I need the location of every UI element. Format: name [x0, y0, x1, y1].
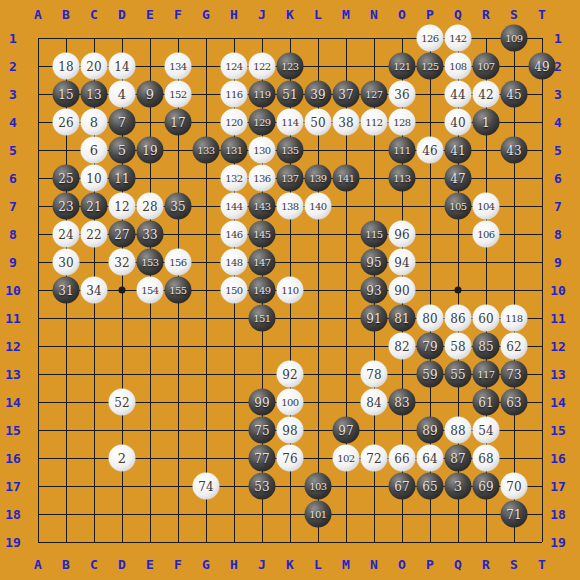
move-number: 85: [478, 340, 493, 352]
left-row-label-4: 4: [9, 115, 17, 130]
bottom-col-label-J: J: [258, 557, 266, 572]
move-number: 146: [225, 229, 242, 239]
stone-E8-move-33: 33: [137, 221, 164, 248]
top-col-label-H: H: [230, 7, 238, 22]
left-row-label-12: 12: [5, 339, 21, 354]
stone-O5-move-111: 111: [389, 137, 416, 164]
stone-H4-move-120: 120: [221, 109, 248, 136]
stone-K15-move-98: 98: [277, 417, 304, 444]
top-col-label-B: B: [62, 7, 70, 22]
stone-S1-move-109: 109: [501, 25, 528, 52]
move-number: 126: [421, 33, 438, 43]
left-row-label-13: 13: [5, 367, 21, 382]
move-number: 8: [90, 116, 98, 129]
stone-L18-move-101: 101: [305, 501, 332, 528]
move-number: 5: [118, 144, 126, 157]
move-number: 121: [393, 61, 410, 71]
move-number: 82: [394, 340, 409, 352]
stone-K4-move-114: 114: [277, 109, 304, 136]
move-number: 123: [281, 61, 298, 71]
stone-J4-move-129: 129: [249, 109, 276, 136]
stone-L4-move-50: 50: [305, 109, 332, 136]
move-number: 154: [141, 285, 158, 295]
stone-H3-move-116: 116: [221, 81, 248, 108]
stone-B8-move-24: 24: [53, 221, 80, 248]
stone-B9-move-30: 30: [53, 249, 80, 276]
stone-N3-move-127: 127: [361, 81, 388, 108]
move-number: 43: [506, 144, 521, 156]
left-row-label-5: 5: [9, 143, 17, 158]
bottom-col-label-R: R: [482, 557, 490, 572]
move-number: 110: [281, 285, 298, 295]
move-number: 2: [118, 452, 126, 465]
stone-N11-move-91: 91: [361, 305, 388, 332]
move-number: 95: [366, 256, 381, 268]
top-col-label-M: M: [342, 7, 350, 22]
stone-J14-move-99: 99: [249, 389, 276, 416]
stone-R17-move-69: 69: [473, 473, 500, 500]
move-number: 93: [366, 284, 381, 296]
stone-K16-move-76: 76: [277, 445, 304, 472]
move-number: 136: [253, 173, 270, 183]
stone-H6-move-132: 132: [221, 165, 248, 192]
move-number: 130: [253, 145, 270, 155]
stone-O2-move-121: 121: [389, 53, 416, 80]
stone-M16-move-102: 102: [333, 445, 360, 472]
move-number: 102: [337, 453, 354, 463]
stone-J8-move-145: 145: [249, 221, 276, 248]
stone-R2-move-107: 107: [473, 53, 500, 80]
stone-K2-move-123: 123: [277, 53, 304, 80]
stone-J2-move-122: 122: [249, 53, 276, 80]
move-number: 30: [58, 256, 73, 268]
move-number: 21: [86, 200, 101, 212]
stone-Q3-move-44: 44: [445, 81, 472, 108]
stone-F3-move-152: 152: [165, 81, 192, 108]
stone-D9-move-32: 32: [109, 249, 136, 276]
move-number: 28: [142, 200, 157, 212]
right-row-label-13: 13: [550, 367, 566, 382]
stone-L7-move-140: 140: [305, 193, 332, 220]
move-number: 11: [114, 172, 129, 184]
stone-J17-move-53: 53: [249, 473, 276, 500]
stone-F2-move-134: 134: [165, 53, 192, 80]
top-col-label-O: O: [398, 7, 406, 22]
stone-S3-move-45: 45: [501, 81, 528, 108]
move-number: 128: [393, 117, 410, 127]
stone-K6-move-137: 137: [277, 165, 304, 192]
right-row-label-3: 3: [554, 87, 562, 102]
top-col-label-Q: Q: [454, 7, 462, 22]
bottom-col-label-Q: Q: [454, 557, 462, 572]
stone-K13-move-92: 92: [277, 361, 304, 388]
stone-B10-move-31: 31: [53, 277, 80, 304]
stone-D8-move-27: 27: [109, 221, 136, 248]
move-number: 90: [394, 284, 409, 296]
move-number: 22: [86, 228, 101, 240]
move-number: 39: [310, 88, 325, 100]
stone-D7-move-12: 12: [109, 193, 136, 220]
stone-H10-move-150: 150: [221, 277, 248, 304]
move-number: 64: [422, 452, 437, 464]
left-row-label-14: 14: [5, 395, 21, 410]
move-number: 89: [422, 424, 437, 436]
move-number: 54: [478, 424, 493, 436]
left-row-label-15: 15: [5, 423, 21, 438]
stone-M3-move-37: 37: [333, 81, 360, 108]
top-col-label-C: C: [90, 7, 98, 22]
stone-R4-move-1: 1: [473, 109, 500, 136]
right-row-label-17: 17: [550, 479, 566, 494]
move-number: 131: [225, 145, 242, 155]
move-number: 149: [253, 285, 270, 295]
stone-P13-move-59: 59: [417, 361, 444, 388]
stone-S17-move-70: 70: [501, 473, 528, 500]
move-number: 140: [309, 201, 326, 211]
move-number: 75: [254, 424, 269, 436]
left-row-label-17: 17: [5, 479, 21, 494]
move-number: 46: [422, 144, 437, 156]
stone-P2-move-125: 125: [417, 53, 444, 80]
stone-H5-move-131: 131: [221, 137, 248, 164]
move-number: 45: [506, 88, 521, 100]
move-number: 7: [118, 116, 126, 129]
move-number: 127: [365, 89, 382, 99]
stone-N9-move-95: 95: [361, 249, 388, 276]
move-number: 71: [506, 508, 521, 520]
move-number: 3: [454, 480, 462, 493]
bottom-col-label-F: F: [174, 557, 182, 572]
stone-F9-move-156: 156: [165, 249, 192, 276]
stone-B2-move-18: 18: [53, 53, 80, 80]
move-number: 144: [225, 201, 242, 211]
top-col-label-L: L: [314, 7, 322, 22]
stone-L17-move-103: 103: [305, 473, 332, 500]
move-number: 37: [338, 88, 353, 100]
stone-G17-move-74: 74: [193, 473, 220, 500]
move-number: 52: [114, 396, 129, 408]
stone-B7-move-23: 23: [53, 193, 80, 220]
move-number: 79: [422, 340, 437, 352]
move-number: 58: [450, 340, 465, 352]
stone-Q15-move-88: 88: [445, 417, 472, 444]
move-number: 65: [422, 480, 437, 492]
move-number: 27: [114, 228, 129, 240]
stone-D4-move-7: 7: [109, 109, 136, 136]
stone-F10-move-155: 155: [165, 277, 192, 304]
stone-J5-move-130: 130: [249, 137, 276, 164]
stone-N10-move-93: 93: [361, 277, 388, 304]
left-row-label-8: 8: [9, 227, 17, 242]
move-number: 50: [310, 116, 325, 128]
stone-D16-move-2: 2: [109, 445, 136, 472]
stone-O14-move-83: 83: [389, 389, 416, 416]
stone-H8-move-146: 146: [221, 221, 248, 248]
right-row-label-1: 1: [554, 31, 562, 46]
stone-N14-move-84: 84: [361, 389, 388, 416]
right-row-label-16: 16: [550, 451, 566, 466]
bottom-col-label-M: M: [342, 557, 350, 572]
right-row-label-14: 14: [550, 395, 566, 410]
stone-O8-move-96: 96: [389, 221, 416, 248]
stone-M4-move-38: 38: [333, 109, 360, 136]
stone-O17-move-67: 67: [389, 473, 416, 500]
move-number: 53: [254, 480, 269, 492]
stone-S18-move-71: 71: [501, 501, 528, 528]
top-col-label-G: G: [202, 7, 210, 22]
move-number: 38: [338, 116, 353, 128]
right-row-label-6: 6: [554, 171, 562, 186]
stone-E3-move-9: 9: [137, 81, 164, 108]
stone-D6-move-11: 11: [109, 165, 136, 192]
top-col-label-S: S: [510, 7, 518, 22]
left-row-label-6: 6: [9, 171, 17, 186]
bottom-col-label-A: A: [34, 557, 42, 572]
move-number: 51: [282, 88, 297, 100]
move-number: 77: [254, 452, 269, 464]
stone-Q1-move-142: 142: [445, 25, 472, 52]
top-col-label-F: F: [174, 7, 182, 22]
move-number: 122: [253, 61, 270, 71]
stone-S14-move-63: 63: [501, 389, 528, 416]
stone-O4-move-128: 128: [389, 109, 416, 136]
move-number: 4: [118, 88, 126, 101]
bottom-col-label-B: B: [62, 557, 70, 572]
move-number: 20: [86, 60, 101, 72]
stone-N16-move-72: 72: [361, 445, 388, 472]
move-number: 36: [394, 88, 409, 100]
bottom-col-label-C: C: [90, 557, 98, 572]
move-number: 142: [449, 33, 466, 43]
stone-M6-move-141: 141: [333, 165, 360, 192]
move-number: 135: [281, 145, 298, 155]
stone-J11-move-151: 151: [249, 305, 276, 332]
right-row-label-18: 18: [550, 507, 566, 522]
move-number: 49: [534, 60, 549, 72]
stone-K3-move-51: 51: [277, 81, 304, 108]
bottom-col-label-D: D: [118, 557, 126, 572]
top-col-label-A: A: [34, 7, 42, 22]
move-number: 42: [478, 88, 493, 100]
move-number: 99: [254, 396, 269, 408]
right-row-label-5: 5: [554, 143, 562, 158]
move-number: 81: [394, 312, 409, 324]
stone-Q12-move-58: 58: [445, 333, 472, 360]
stone-C5-move-6: 6: [81, 137, 108, 164]
stone-K7-move-138: 138: [277, 193, 304, 220]
move-number: 74: [198, 480, 213, 492]
move-number: 115: [365, 229, 382, 239]
bottom-col-label-L: L: [314, 557, 322, 572]
stone-P16-move-64: 64: [417, 445, 444, 472]
stone-B4-move-26: 26: [53, 109, 80, 136]
top-col-label-K: K: [286, 7, 294, 22]
stone-P5-move-46: 46: [417, 137, 444, 164]
move-number: 6: [90, 144, 98, 157]
left-row-label-1: 1: [9, 31, 17, 46]
move-number: 113: [393, 173, 410, 183]
stone-C7-move-21: 21: [81, 193, 108, 220]
move-number: 87: [450, 452, 465, 464]
move-number: 41: [450, 144, 465, 156]
move-number: 137: [281, 173, 298, 183]
stone-C6-move-10: 10: [81, 165, 108, 192]
stone-F4-move-17: 17: [165, 109, 192, 136]
stone-E10-move-154: 154: [137, 277, 164, 304]
move-number: 59: [422, 368, 437, 380]
move-number: 78: [366, 368, 381, 380]
stone-O16-move-66: 66: [389, 445, 416, 472]
move-number: 118: [505, 313, 522, 323]
stone-D14-move-52: 52: [109, 389, 136, 416]
move-number: 147: [253, 257, 270, 267]
move-number: 12: [114, 200, 129, 212]
stone-G5-move-133: 133: [193, 137, 220, 164]
top-col-label-E: E: [146, 7, 154, 22]
bottom-col-label-T: T: [538, 557, 546, 572]
stone-K10-move-110: 110: [277, 277, 304, 304]
move-number: 17: [170, 116, 185, 128]
move-number: 148: [225, 257, 242, 267]
move-number: 84: [366, 396, 381, 408]
move-number: 138: [281, 201, 298, 211]
left-row-label-16: 16: [5, 451, 21, 466]
right-row-label-15: 15: [550, 423, 566, 438]
left-row-label-18: 18: [5, 507, 21, 522]
stone-E5-move-19: 19: [137, 137, 164, 164]
move-number: 14: [114, 60, 129, 72]
move-number: 97: [338, 424, 353, 436]
right-row-label-10: 10: [550, 283, 566, 298]
move-number: 139: [309, 173, 326, 183]
move-number: 63: [506, 396, 521, 408]
stone-R16-move-68: 68: [473, 445, 500, 472]
move-number: 132: [225, 173, 242, 183]
move-number: 34: [86, 284, 101, 296]
bottom-col-label-K: K: [286, 557, 294, 572]
move-number: 100: [281, 397, 298, 407]
stone-J7-move-143: 143: [249, 193, 276, 220]
left-row-label-11: 11: [5, 311, 21, 326]
stone-J6-move-136: 136: [249, 165, 276, 192]
move-number: 91: [366, 312, 381, 324]
move-number: 92: [282, 368, 297, 380]
stone-O6-move-113: 113: [389, 165, 416, 192]
stone-Q6-move-47: 47: [445, 165, 472, 192]
move-number: 19: [142, 144, 157, 156]
stone-P15-move-89: 89: [417, 417, 444, 444]
move-number: 151: [253, 313, 270, 323]
stone-K5-move-135: 135: [277, 137, 304, 164]
stone-Q5-move-41: 41: [445, 137, 472, 164]
move-number: 10: [86, 172, 101, 184]
bottom-col-label-N: N: [370, 557, 378, 572]
move-number: 66: [394, 452, 409, 464]
stone-P12-move-79: 79: [417, 333, 444, 360]
stone-R11-move-60: 60: [473, 305, 500, 332]
stone-S11-move-118: 118: [501, 305, 528, 332]
stone-R15-move-54: 54: [473, 417, 500, 444]
move-number: 153: [141, 257, 158, 267]
move-number: 67: [394, 480, 409, 492]
left-row-label-2: 2: [9, 59, 17, 74]
move-number: 69: [478, 480, 493, 492]
stone-Q13-move-55: 55: [445, 361, 472, 388]
bottom-col-label-P: P: [426, 557, 434, 572]
move-number: 80: [422, 312, 437, 324]
move-number: 129: [253, 117, 270, 127]
move-number: 134: [169, 61, 186, 71]
stone-C10-move-34: 34: [81, 277, 108, 304]
stone-K14-move-100: 100: [277, 389, 304, 416]
stone-Q11-move-86: 86: [445, 305, 472, 332]
move-number: 26: [58, 116, 73, 128]
move-number: 112: [365, 117, 382, 127]
move-number: 114: [281, 117, 298, 127]
top-col-label-T: T: [538, 7, 546, 22]
stone-Q4-move-40: 40: [445, 109, 472, 136]
stone-O3-move-36: 36: [389, 81, 416, 108]
stone-L3-move-39: 39: [305, 81, 332, 108]
move-number: 155: [169, 285, 186, 295]
right-row-label-9: 9: [554, 255, 562, 270]
stone-D5-move-5: 5: [109, 137, 136, 164]
stone-R7-move-104: 104: [473, 193, 500, 220]
move-number: 76: [282, 452, 297, 464]
bottom-col-label-O: O: [398, 557, 406, 572]
stone-C4-move-8: 8: [81, 109, 108, 136]
stone-R3-move-42: 42: [473, 81, 500, 108]
go-board[interactable]: AABBCCDDEEFFGGHHJJKKLLMMNNOOPPQQRRSSTT11…: [0, 0, 580, 580]
bottom-col-label-E: E: [146, 557, 154, 572]
stone-Q16-move-87: 87: [445, 445, 472, 472]
stone-P11-move-80: 80: [417, 305, 444, 332]
stone-M15-move-97: 97: [333, 417, 360, 444]
stone-R12-move-85: 85: [473, 333, 500, 360]
left-row-label-19: 19: [5, 535, 21, 550]
move-number: 109: [505, 33, 522, 43]
move-number: 83: [394, 396, 409, 408]
stone-T2-move-49: 49: [529, 53, 556, 80]
stone-S13-move-73: 73: [501, 361, 528, 388]
move-number: 68: [478, 452, 493, 464]
stone-R13-move-117: 117: [473, 361, 500, 388]
stone-C2-move-20: 20: [81, 53, 108, 80]
stone-F7-move-35: 35: [165, 193, 192, 220]
right-row-label-12: 12: [550, 339, 566, 354]
stone-L6-move-139: 139: [305, 165, 332, 192]
grid-vline-S: [514, 38, 515, 542]
move-number: 23: [58, 200, 73, 212]
move-number: 141: [337, 173, 354, 183]
move-number: 55: [450, 368, 465, 380]
move-number: 32: [114, 256, 129, 268]
left-row-label-3: 3: [9, 87, 17, 102]
right-row-label-11: 11: [550, 311, 566, 326]
stone-E7-move-28: 28: [137, 193, 164, 220]
move-number: 18: [58, 60, 73, 72]
move-number: 35: [170, 200, 185, 212]
move-number: 105: [449, 201, 466, 211]
move-number: 24: [58, 228, 73, 240]
bottom-col-label-G: G: [202, 557, 210, 572]
left-row-label-9: 9: [9, 255, 17, 270]
stone-P1-move-126: 126: [417, 25, 444, 52]
move-number: 119: [253, 89, 270, 99]
move-number: 44: [450, 88, 465, 100]
stone-H9-move-148: 148: [221, 249, 248, 276]
star-point-D10: [119, 287, 126, 294]
